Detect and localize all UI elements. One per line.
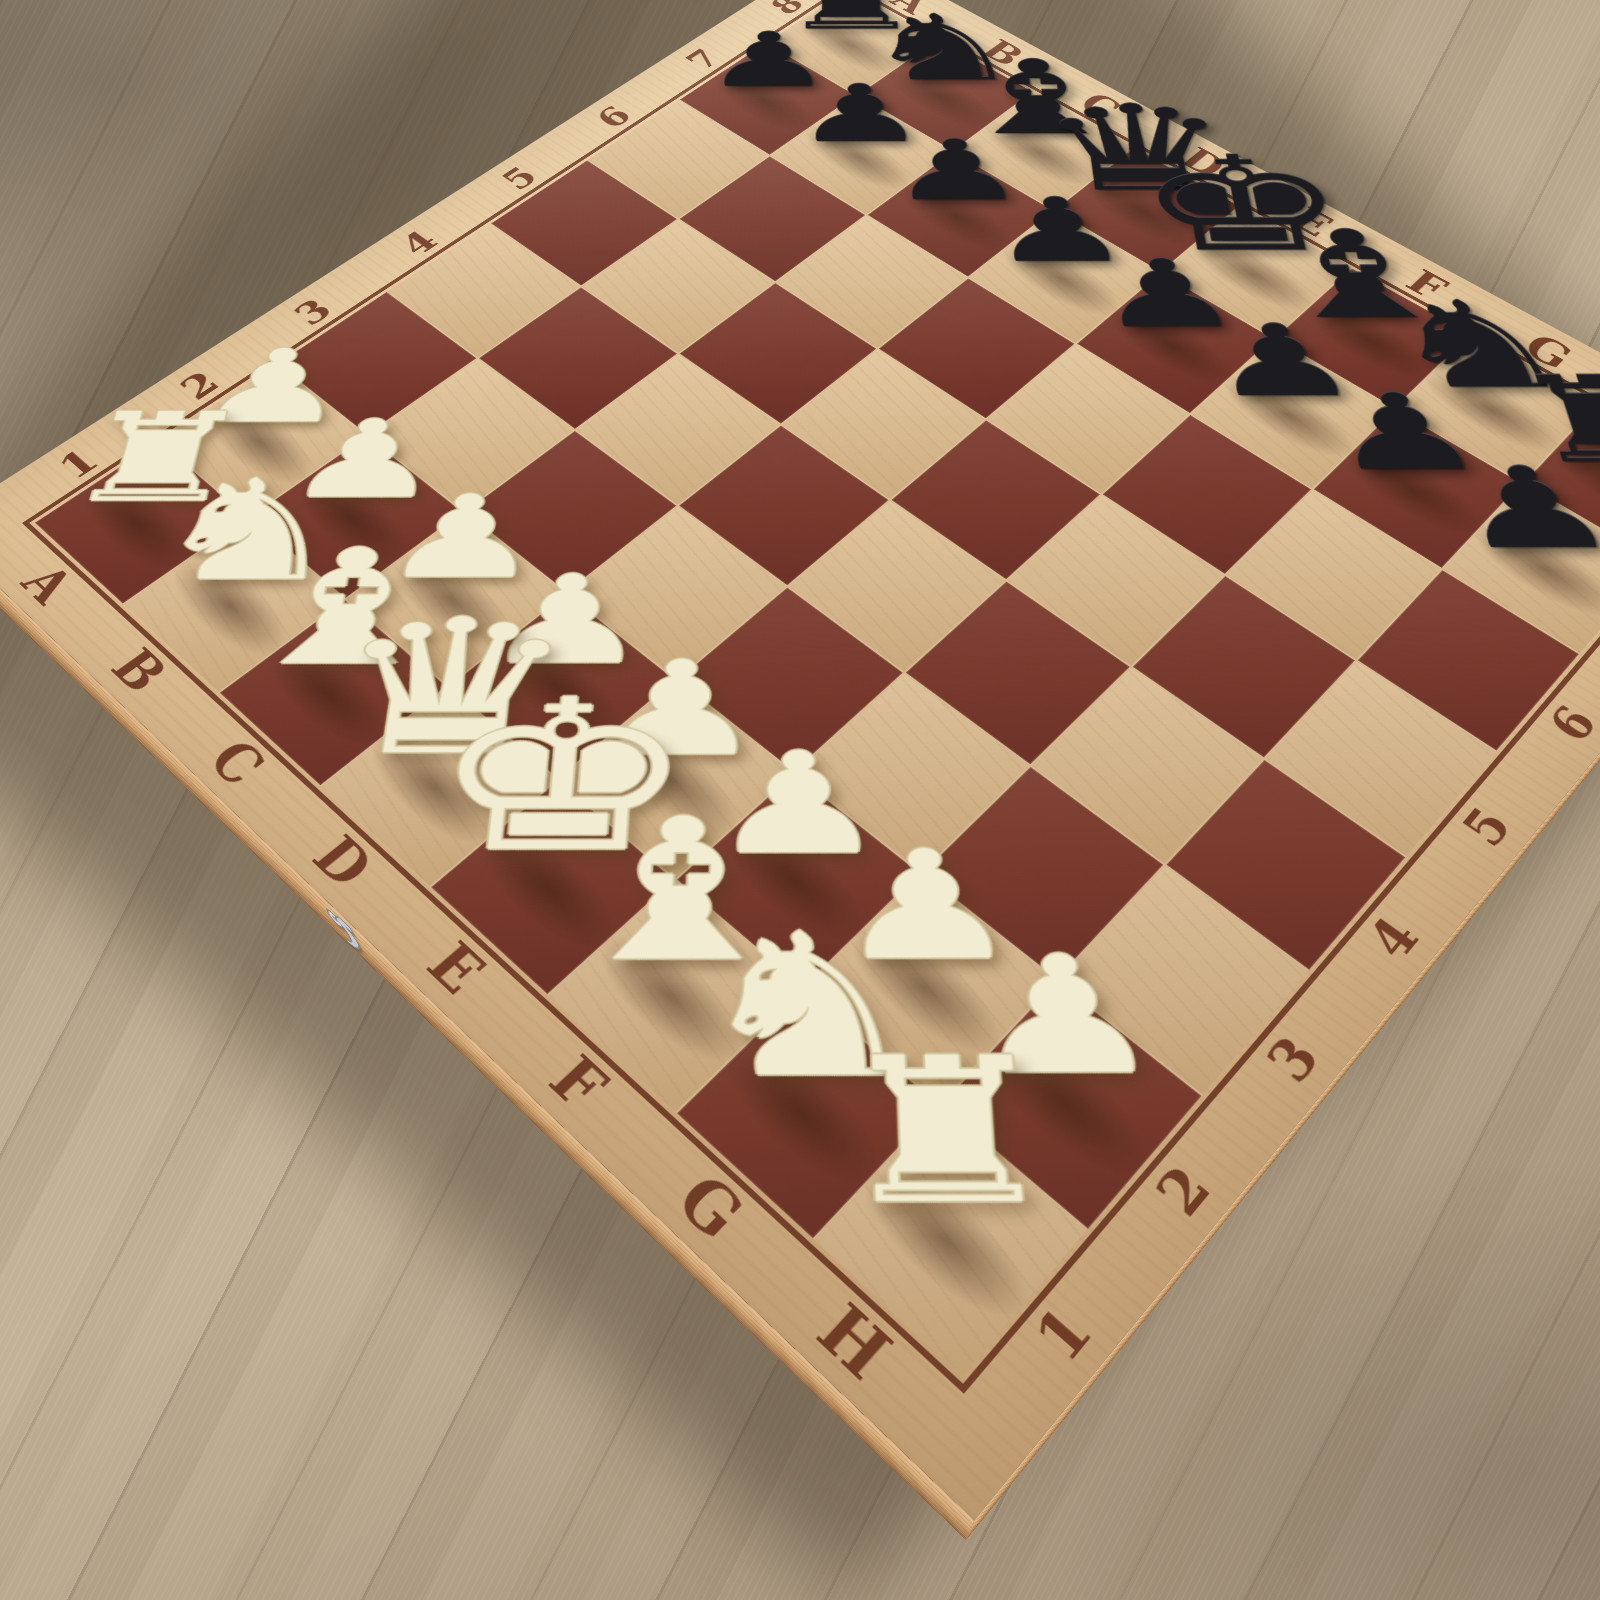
square-g2[interactable] (805, 874, 1056, 1103)
square-d1[interactable] (322, 687, 557, 886)
square-e4[interactable] (789, 501, 1005, 672)
square-h5[interactable] (1266, 661, 1496, 856)
square-g5[interactable] (1132, 576, 1354, 758)
square-e2[interactable] (559, 681, 792, 879)
rank-label-right-1: 1 (997, 1267, 1129, 1402)
square-f2[interactable] (677, 774, 919, 986)
rank-label-right-6-text: 6 (1536, 695, 1600, 751)
square-e3[interactable] (678, 588, 903, 771)
rank-label-right-2-text: 2 (1142, 1152, 1224, 1229)
rank-label-right-6: 6 (1519, 679, 1600, 769)
square-h6[interactable] (1358, 570, 1579, 751)
square-h2[interactable] (942, 981, 1202, 1228)
rank-label-left-3-text: 3 (285, 292, 341, 332)
square-g4[interactable] (1031, 668, 1262, 864)
rank-label-right-3: 3 (1232, 1003, 1353, 1117)
piece-shadow-f1 (578, 915, 763, 1082)
file-label-near-b-text: B (99, 638, 181, 703)
square-h3[interactable] (1058, 866, 1307, 1094)
piece-shadow-g1 (705, 1026, 901, 1207)
file-label-near-a-text: A (9, 555, 87, 614)
rank-label-right-5-text: 5 (1449, 796, 1523, 856)
piece-shadow-h2 (967, 1017, 1168, 1197)
piece-shadow-d1 (351, 717, 518, 861)
piece-shadow-g2 (830, 907, 1020, 1073)
square-g1[interactable] (677, 989, 939, 1238)
square-g3[interactable] (922, 767, 1162, 978)
piece-shadow-c1 (249, 628, 408, 762)
square-f1[interactable] (549, 881, 801, 1111)
square-h1[interactable] (815, 1106, 1087, 1376)
rank-label-right-4-text: 4 (1355, 905, 1432, 970)
rank-label-right-4: 4 (1335, 886, 1451, 991)
rank-label-right-1-text: 1 (1021, 1291, 1106, 1375)
rank-label-right-2: 2 (1120, 1129, 1246, 1253)
square-f4[interactable] (906, 582, 1130, 764)
rank-label-left-5-text: 5 (493, 160, 546, 195)
piece-shadow-e2 (586, 710, 758, 853)
rank-label-left-4-text: 4 (392, 224, 447, 261)
square-e1[interactable] (431, 781, 674, 995)
square-f5[interactable] (1008, 495, 1223, 665)
file-label-near-d-text: D (299, 823, 387, 898)
square-h4[interactable] (1166, 760, 1405, 970)
rank-label-left-6-text: 6 (588, 100, 640, 133)
piece-shadow-e1 (461, 813, 637, 968)
file-label-near-f-text: F (536, 1042, 623, 1123)
square-f3[interactable] (796, 674, 1028, 871)
chess-photo-stage: AABBCCDDEEFFGGHH1122334455667788 ♜♞♝♛♚♝♞… (0, 0, 1600, 1600)
file-label-near-c-text: C (197, 728, 280, 796)
scene: AABBCCDDEEFFGGHH1122334455667788 ♜♞♝♛♚♝♞… (0, 0, 1600, 1600)
piece-shadow-f2 (704, 805, 885, 959)
rank-label-right-3-text: 3 (1253, 1023, 1332, 1093)
square-g6[interactable] (1226, 490, 1440, 659)
file-label-near-e-text: E (414, 929, 500, 1006)
piece-shadow-h1 (842, 1145, 1049, 1341)
